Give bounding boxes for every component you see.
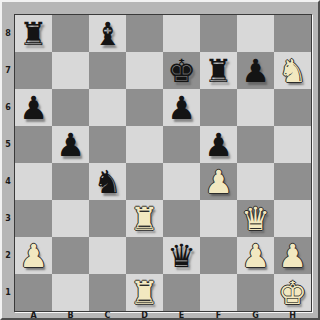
- square-f8[interactable]: [200, 15, 237, 52]
- square-h3[interactable]: [274, 200, 311, 237]
- square-b3[interactable]: [52, 200, 89, 237]
- rank-label-8: 8: [3, 15, 13, 52]
- board-frame: 8 7 6 5 4 3 2 1 ♜♝♚♜♟♞♟♟♟♟♞♟♜♛♟♛♟♟♜♚ A B…: [0, 0, 320, 320]
- black-rook-a8: ♜: [19, 18, 48, 50]
- rank-label-4: 4: [3, 163, 13, 200]
- white-pawn-h2: ♟: [278, 240, 307, 272]
- white-rook-d1: ♜: [130, 277, 159, 309]
- square-a6[interactable]: ♟: [15, 89, 52, 126]
- square-c5[interactable]: [89, 126, 126, 163]
- square-d6[interactable]: [126, 89, 163, 126]
- white-pawn-g2: ♟: [241, 240, 270, 272]
- square-e2[interactable]: ♛: [163, 237, 200, 274]
- white-queen-g3: ♛: [241, 203, 270, 235]
- rank-labels: 8 7 6 5 4 3 2 1: [3, 15, 13, 311]
- file-label-b: B: [52, 311, 89, 320]
- square-e5[interactable]: [163, 126, 200, 163]
- square-h4[interactable]: [274, 163, 311, 200]
- square-g4[interactable]: [237, 163, 274, 200]
- square-e3[interactable]: [163, 200, 200, 237]
- file-labels: A B C D E F G H: [15, 311, 311, 320]
- square-h8[interactable]: [274, 15, 311, 52]
- black-pawn-g7: ♟: [241, 55, 270, 87]
- square-f6[interactable]: [200, 89, 237, 126]
- square-a4[interactable]: [15, 163, 52, 200]
- square-g2[interactable]: ♟: [237, 237, 274, 274]
- square-b7[interactable]: [52, 52, 89, 89]
- square-c3[interactable]: [89, 200, 126, 237]
- square-e4[interactable]: [163, 163, 200, 200]
- square-g1[interactable]: [237, 274, 274, 311]
- square-f4[interactable]: ♟: [200, 163, 237, 200]
- file-label-a: A: [15, 311, 52, 320]
- square-d5[interactable]: [126, 126, 163, 163]
- square-f2[interactable]: [200, 237, 237, 274]
- square-g3[interactable]: ♛: [237, 200, 274, 237]
- square-h2[interactable]: ♟: [274, 237, 311, 274]
- black-pawn-b5: ♟: [56, 129, 85, 161]
- square-h6[interactable]: [274, 89, 311, 126]
- square-a2[interactable]: ♟: [15, 237, 52, 274]
- rank-label-3: 3: [3, 200, 13, 237]
- square-g8[interactable]: [237, 15, 274, 52]
- rank-label-6: 6: [3, 89, 13, 126]
- square-b2[interactable]: [52, 237, 89, 274]
- square-c8[interactable]: ♝: [89, 15, 126, 52]
- rank-label-2: 2: [3, 237, 13, 274]
- white-rook-d3: ♜: [130, 203, 159, 235]
- square-d2[interactable]: [126, 237, 163, 274]
- rank-label-1: 1: [3, 274, 13, 311]
- file-label-f: F: [200, 311, 237, 320]
- square-h5[interactable]: [274, 126, 311, 163]
- file-label-c: C: [89, 311, 126, 320]
- black-knight-c4: ♞: [93, 166, 122, 198]
- square-c6[interactable]: [89, 89, 126, 126]
- square-d8[interactable]: [126, 15, 163, 52]
- black-bishop-c8: ♝: [93, 18, 122, 50]
- square-g5[interactable]: [237, 126, 274, 163]
- file-label-g: G: [237, 311, 274, 320]
- square-b1[interactable]: [52, 274, 89, 311]
- square-a3[interactable]: [15, 200, 52, 237]
- file-label-h: H: [274, 311, 311, 320]
- square-d7[interactable]: [126, 52, 163, 89]
- square-c7[interactable]: [89, 52, 126, 89]
- white-pawn-a2: ♟: [19, 240, 48, 272]
- square-a8[interactable]: ♜: [15, 15, 52, 52]
- rank-label-5: 5: [3, 126, 13, 163]
- square-d1[interactable]: ♜: [126, 274, 163, 311]
- square-h7[interactable]: ♞: [274, 52, 311, 89]
- square-h1[interactable]: ♚: [274, 274, 311, 311]
- square-c2[interactable]: [89, 237, 126, 274]
- square-e1[interactable]: [163, 274, 200, 311]
- square-g6[interactable]: [237, 89, 274, 126]
- square-f7[interactable]: ♜: [200, 52, 237, 89]
- file-label-e: E: [163, 311, 200, 320]
- black-pawn-f5: ♟: [204, 129, 233, 161]
- square-b5[interactable]: ♟: [52, 126, 89, 163]
- rank-label-7: 7: [3, 52, 13, 89]
- square-f5[interactable]: ♟: [200, 126, 237, 163]
- black-pawn-a6: ♟: [19, 92, 48, 124]
- chess-board: ♜♝♚♜♟♞♟♟♟♟♞♟♜♛♟♛♟♟♜♚: [14, 14, 312, 312]
- square-d3[interactable]: ♜: [126, 200, 163, 237]
- square-f1[interactable]: [200, 274, 237, 311]
- square-e7[interactable]: ♚: [163, 52, 200, 89]
- square-f3[interactable]: [200, 200, 237, 237]
- square-e6[interactable]: ♟: [163, 89, 200, 126]
- square-a1[interactable]: [15, 274, 52, 311]
- square-c4[interactable]: ♞: [89, 163, 126, 200]
- file-label-d: D: [126, 311, 163, 320]
- black-pawn-e6: ♟: [167, 92, 196, 124]
- square-e8[interactable]: [163, 15, 200, 52]
- square-g7[interactable]: ♟: [237, 52, 274, 89]
- square-b8[interactable]: [52, 15, 89, 52]
- black-rook-f7: ♜: [204, 55, 233, 87]
- black-king-e7: ♚: [167, 55, 196, 87]
- square-a5[interactable]: [15, 126, 52, 163]
- square-b4[interactable]: [52, 163, 89, 200]
- square-c1[interactable]: [89, 274, 126, 311]
- square-a7[interactable]: [15, 52, 52, 89]
- white-king-h1: ♚: [278, 277, 307, 309]
- black-queen-e2: ♛: [167, 240, 196, 272]
- white-knight-h7: ♞: [278, 55, 307, 87]
- white-pawn-f4: ♟: [204, 166, 233, 198]
- square-d4[interactable]: [126, 163, 163, 200]
- square-b6[interactable]: [52, 89, 89, 126]
